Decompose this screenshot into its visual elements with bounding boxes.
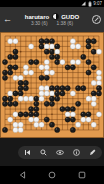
- white-stone: [55, 49, 60, 54]
- black-stone: [13, 49, 18, 54]
- black-clock: 3:30 (6): [31, 21, 48, 26]
- stone-highlight: [82, 113, 83, 114]
- stone-highlight: [19, 97, 20, 98]
- stone-highlight: [92, 123, 93, 124]
- stone-highlight: [19, 123, 20, 124]
- white-stone: [75, 59, 80, 64]
- stone-highlight: [3, 71, 4, 72]
- stone-highlight: [97, 92, 98, 93]
- stone-highlight: [87, 71, 88, 72]
- black-stone: [49, 86, 54, 91]
- white-stone: [39, 91, 44, 96]
- white-stone: [65, 112, 70, 117]
- black-stone: [86, 112, 91, 117]
- stone-highlight: [45, 92, 46, 93]
- white-stone: [18, 75, 23, 80]
- stone-highlight: [50, 71, 51, 72]
- white-stone: [39, 96, 44, 101]
- black-stone: [75, 101, 80, 106]
- stone-highlight: [40, 76, 41, 77]
- stone-highlight: [50, 87, 51, 88]
- status-bar: 9:07: [0, 0, 104, 7]
- black-stone: [65, 106, 70, 111]
- white-stone: [23, 65, 28, 70]
- black-stone: [39, 44, 44, 49]
- stone-highlight: [40, 66, 41, 67]
- black-stone: [34, 106, 39, 111]
- black-stone: [55, 96, 60, 101]
- white-stone: [23, 96, 28, 101]
- stone-highlight: [30, 45, 31, 46]
- white-stone: [44, 91, 49, 96]
- stone-highlight: [87, 61, 88, 62]
- black-stone: [18, 112, 23, 117]
- white-stone: [49, 91, 54, 96]
- stone-highlight: [30, 113, 31, 114]
- white-stone: [49, 44, 54, 49]
- black-stone: [70, 117, 75, 122]
- stone-highlight: [35, 107, 36, 108]
- white-stone: [23, 70, 28, 75]
- black-stone: [49, 101, 54, 106]
- white-stone: [34, 122, 39, 127]
- stone-highlight: [56, 92, 57, 93]
- white-stone: [60, 59, 65, 64]
- stone-highlight: [87, 118, 88, 119]
- stone-highlight: [50, 50, 51, 51]
- white-stone: [8, 91, 13, 96]
- stone-highlight: [97, 50, 98, 51]
- black-stone: [23, 112, 28, 117]
- stone-highlight: [9, 118, 10, 119]
- stone-highlight: [87, 97, 88, 98]
- stone-highlight: [30, 97, 31, 98]
- players-line: harutaro GUDO: [25, 13, 79, 20]
- stone-highlight: [45, 71, 46, 72]
- edit-icon: [89, 149, 96, 156]
- stone-highlight: [40, 97, 41, 98]
- stone-highlight: [82, 87, 83, 88]
- stone-highlight: [40, 123, 41, 124]
- stone-highlight: [3, 76, 4, 77]
- stone-highlight: [14, 102, 15, 103]
- stone-highlight: [14, 40, 15, 41]
- stone-highlight: [9, 40, 10, 41]
- app-window: 9:07 ← harutaro GUDO 3:30 (6) 1:38 (6): [0, 0, 104, 184]
- white-stone: [96, 49, 101, 54]
- back-icon: [19, 171, 26, 179]
- stone-highlight: [19, 76, 20, 77]
- stone-highlight: [61, 107, 62, 108]
- nav-back-button[interactable]: [17, 166, 27, 184]
- stone-highlight: [50, 123, 51, 124]
- black-stone: [70, 65, 75, 70]
- game-header: ← harutaro GUDO 3:30 (6) 1:38 (6): [0, 7, 104, 32]
- black-stone: [49, 54, 54, 59]
- stone-highlight: [45, 102, 46, 103]
- white-stone: [91, 96, 96, 101]
- stone-highlight: [71, 45, 72, 46]
- black-stone: [39, 39, 44, 44]
- stone-highlight: [50, 92, 51, 93]
- stone-highlight: [40, 92, 41, 93]
- stone-highlight: [61, 92, 62, 93]
- black-player-name: harutaro: [25, 14, 49, 20]
- black-stone: [70, 127, 75, 132]
- stone-highlight: [71, 66, 72, 67]
- stone-highlight: [92, 92, 93, 93]
- black-stone: [34, 59, 39, 64]
- stone-highlight: [45, 40, 46, 41]
- stone-highlight: [3, 61, 4, 62]
- black-stone: [55, 86, 60, 91]
- stone-highlight: [97, 113, 98, 114]
- stone-highlight: [56, 61, 57, 62]
- stone-highlight: [14, 128, 15, 129]
- white-stone: [91, 101, 96, 106]
- black-stone: [2, 59, 7, 64]
- zoom-icon: [40, 149, 47, 156]
- stone-highlight: [19, 92, 20, 93]
- black-stone: [13, 65, 18, 70]
- white-stone: [18, 127, 23, 132]
- black-stone: [55, 91, 60, 96]
- black-stone: [49, 96, 54, 101]
- stone-highlight: [97, 71, 98, 72]
- white-stone: [96, 80, 101, 85]
- white-stone: [86, 117, 91, 122]
- white-stone: [8, 39, 13, 44]
- black-stone: [60, 106, 65, 111]
- go-board[interactable]: [0, 32, 104, 138]
- white-stone: [75, 44, 80, 49]
- white-stone: [44, 65, 49, 70]
- stone-highlight: [97, 81, 98, 82]
- white-stone: [13, 39, 18, 44]
- stone-highlight: [9, 66, 10, 67]
- stone-highlight: [24, 81, 25, 82]
- stone-highlight: [77, 45, 78, 46]
- stone-highlight: [9, 55, 10, 56]
- stone-highlight: [61, 87, 62, 88]
- stone-highlight: [71, 118, 72, 119]
- black-stone: [91, 91, 96, 96]
- stone-highlight: [14, 55, 15, 56]
- stone-highlight: [14, 113, 15, 114]
- black-stone: [55, 54, 60, 59]
- stone-highlight: [24, 113, 25, 114]
- black-stone: [65, 65, 70, 70]
- stone-highlight: [14, 123, 15, 124]
- white-stone: [91, 80, 96, 85]
- white-stone: [70, 44, 75, 49]
- white-stone: [28, 96, 33, 101]
- stone-highlight: [87, 45, 88, 46]
- skip-to-start-icon: [24, 149, 31, 156]
- stone-highlight: [19, 113, 20, 114]
- stone-highlight: [66, 118, 67, 119]
- stone-highlight: [77, 87, 78, 88]
- white-stone: [34, 117, 39, 122]
- back-arrow-icon: ←: [3, 15, 12, 24]
- stone-highlight: [35, 123, 36, 124]
- white-stone: [44, 86, 49, 91]
- stone-highlight: [56, 97, 57, 98]
- white-stone: [28, 70, 33, 75]
- black-stone: [55, 127, 60, 132]
- stone-highlight: [66, 113, 67, 114]
- info-icon: [73, 149, 80, 156]
- signal-icon: [81, 1, 86, 6]
- eye-icon: [56, 149, 64, 156]
- stone-highlight: [77, 61, 78, 62]
- stone-highlight: [40, 45, 41, 46]
- toolbar-pill: [18, 146, 102, 159]
- white-stone: [81, 117, 86, 122]
- black-stone: [2, 101, 7, 106]
- stone-highlight: [30, 118, 31, 119]
- black-stone: [49, 122, 54, 127]
- nav-home-button[interactable]: [47, 166, 57, 184]
- back-button[interactable]: ←: [0, 15, 15, 24]
- black-stone: [65, 117, 70, 122]
- stone-highlight: [35, 97, 36, 98]
- white-stone: [70, 112, 75, 117]
- stone-highlight: [45, 87, 46, 88]
- stone-highlight: [87, 40, 88, 41]
- black-stone: [55, 44, 60, 49]
- white-clock: 1:38 (6): [57, 21, 74, 26]
- stone-highlight: [50, 102, 51, 103]
- black-stone: [86, 39, 91, 44]
- stone-highlight: [19, 81, 20, 82]
- white-stone: [91, 122, 96, 127]
- stone-highlight: [82, 118, 83, 119]
- stone-highlight: [92, 40, 93, 41]
- black-stone: [18, 80, 23, 85]
- black-stone: [91, 39, 96, 44]
- eye-button[interactable]: [56, 146, 65, 159]
- stone-highlight: [97, 76, 98, 77]
- stone-highlight: [77, 102, 78, 103]
- stone-highlight: [92, 50, 93, 51]
- stone-highlight: [14, 66, 15, 67]
- stone-highlight: [71, 113, 72, 114]
- stone-highlight: [9, 97, 10, 98]
- white-stone: [75, 122, 80, 127]
- home-icon: [48, 171, 56, 179]
- black-stone: [8, 70, 13, 75]
- black-stone: [65, 86, 70, 91]
- stone-highlight: [9, 102, 10, 103]
- black-stone: [2, 96, 7, 101]
- black-stone: [49, 49, 54, 54]
- white-stone: [8, 117, 13, 122]
- nav-recents-button[interactable]: [77, 166, 87, 184]
- stone-highlight: [61, 61, 62, 62]
- white-stone: [28, 117, 33, 122]
- white-stone: [70, 39, 75, 44]
- black-stone: [44, 117, 49, 122]
- stone-highlight: [66, 107, 67, 108]
- black-stone: [55, 59, 60, 64]
- black-stone: [44, 75, 49, 80]
- stone-highlight: [14, 76, 15, 77]
- stone-highlight: [71, 92, 72, 93]
- battery-icon: [88, 1, 92, 7]
- stone-highlight: [56, 50, 57, 51]
- black-stone: [86, 70, 91, 75]
- black-stone: [2, 75, 7, 80]
- black-stone: [44, 49, 49, 54]
- black-stone: [81, 112, 86, 117]
- stone-highlight: [19, 128, 20, 129]
- white-stone: [28, 44, 33, 49]
- recents-icon: [78, 171, 86, 179]
- stone-highlight: [45, 118, 46, 119]
- stone-highlight: [45, 45, 46, 46]
- white-stone: [70, 91, 75, 96]
- stone-highlight: [45, 61, 46, 62]
- pass-button[interactable]: [89, 15, 104, 24]
- black-stone: [96, 86, 101, 91]
- white-stone: [96, 70, 101, 75]
- black-stone: [8, 65, 13, 70]
- status-clock: 9:07: [93, 0, 102, 7]
- stone-highlight: [71, 40, 72, 41]
- stone-highlight: [56, 45, 57, 46]
- black-stone: [13, 101, 18, 106]
- edit-button[interactable]: [88, 146, 97, 159]
- stone-highlight: [50, 55, 51, 56]
- black-stone: [70, 106, 75, 111]
- black-stone: [60, 86, 65, 91]
- stone-highlight: [50, 97, 51, 98]
- white-stone: [39, 86, 44, 91]
- black-stone: [34, 112, 39, 117]
- white-stone: [96, 112, 101, 117]
- white-stone: [13, 75, 18, 80]
- stone-highlight: [35, 113, 36, 114]
- black-stone: [44, 101, 49, 106]
- stone-highlight: [30, 107, 31, 108]
- white-stone: [49, 70, 54, 75]
- black-stone: [8, 101, 13, 106]
- white-stone: [70, 59, 75, 64]
- stone-highlight: [56, 128, 57, 129]
- black-stone: [75, 86, 80, 91]
- white-stone: [18, 96, 23, 101]
- stone-highlight: [40, 40, 41, 41]
- stone-highlight: [50, 40, 51, 41]
- black-stone: [23, 86, 28, 91]
- white-stone: [13, 112, 18, 117]
- black-stone: [34, 96, 39, 101]
- info-button[interactable]: [72, 146, 81, 159]
- black-stone: [2, 70, 7, 75]
- stone-highlight: [66, 66, 67, 67]
- stone-highlight: [97, 87, 98, 88]
- stone-highlight: [71, 61, 72, 62]
- black-stone: [28, 59, 33, 64]
- stone-highlight: [35, 61, 36, 62]
- black-stone: [18, 91, 23, 96]
- white-stone: [39, 65, 44, 70]
- stone-highlight: [92, 81, 93, 82]
- black-stone: [91, 65, 96, 70]
- white-player-name: GUDO: [61, 14, 79, 20]
- black-stone: [49, 39, 54, 44]
- stone-highlight: [50, 45, 51, 46]
- color-stone-icon: [52, 13, 59, 20]
- black-stone: [8, 96, 13, 101]
- game-title-block: harutaro GUDO 3:30 (6) 1:38 (6): [15, 13, 89, 26]
- black-stone: [96, 91, 101, 96]
- stone-highlight: [92, 97, 93, 98]
- stone-highlight: [40, 87, 41, 88]
- stone-highlight: [24, 87, 25, 88]
- black-stone: [86, 59, 91, 64]
- white-stone: [18, 122, 23, 127]
- black-stone: [39, 75, 44, 80]
- stone-highlight: [14, 50, 15, 51]
- black-stone: [28, 112, 33, 117]
- black-stone: [60, 91, 65, 96]
- black-stone: [2, 127, 7, 132]
- black-stone: [86, 44, 91, 49]
- stone-highlight: [92, 66, 93, 67]
- white-stone: [96, 75, 101, 80]
- stone-highlight: [92, 102, 93, 103]
- stone-highlight: [30, 61, 31, 62]
- stone-highlight: [9, 92, 10, 93]
- stone-highlight: [24, 97, 25, 98]
- white-stone: [86, 96, 91, 101]
- pass-icon: [92, 15, 101, 24]
- controls-area: [0, 138, 104, 166]
- white-stone: [39, 122, 44, 127]
- black-stone: [81, 86, 86, 91]
- zoom-button[interactable]: [39, 146, 48, 159]
- stone-highlight: [35, 118, 36, 119]
- white-stone: [13, 127, 18, 132]
- clocks-line: 3:30 (6) 1:38 (6): [31, 21, 73, 26]
- black-stone: [28, 106, 33, 111]
- stone-highlight: [82, 55, 83, 56]
- stone-highlight: [45, 50, 46, 51]
- black-stone: [13, 91, 18, 96]
- stone-highlight: [3, 102, 4, 103]
- stone-highlight: [3, 97, 4, 98]
- black-stone: [8, 54, 13, 59]
- stone-highlight: [56, 87, 57, 88]
- stone-highlight: [3, 128, 4, 129]
- black-stone: [18, 86, 23, 91]
- white-stone: [44, 70, 49, 75]
- white-stone: [44, 44, 49, 49]
- black-stone: [81, 54, 86, 59]
- stone-highlight: [71, 128, 72, 129]
- black-stone: [23, 80, 28, 85]
- stone-highlight: [45, 66, 46, 67]
- stone-highlight: [24, 66, 25, 67]
- stone-highlight: [56, 55, 57, 56]
- skip-to-start-button[interactable]: [23, 146, 32, 159]
- black-stone: [91, 49, 96, 54]
- stone-highlight: [45, 76, 46, 77]
- stone-highlight: [71, 107, 72, 108]
- stone-highlight: [19, 87, 20, 88]
